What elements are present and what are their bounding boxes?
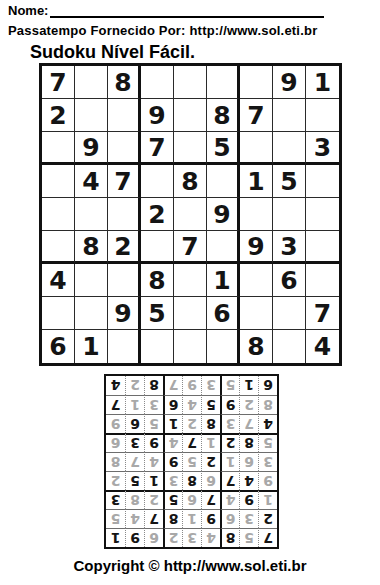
puzzle-cell-r3c5 (174, 132, 207, 165)
puzzle-cell-r8c8 (273, 297, 306, 330)
puzzle-cell-r5c3 (108, 198, 141, 231)
puzzle-cell-r6c7: 9 (240, 231, 273, 264)
puzzle-cell-r1c2 (75, 66, 108, 99)
solution-cell-r8c9-given: 7 (106, 395, 125, 414)
solution-cell-r5c5-solved: 5 (182, 452, 201, 471)
puzzle-cell-r3c2: 9 (75, 132, 108, 165)
puzzle-cell-r1c6 (207, 66, 240, 99)
puzzle-cell-r1c9: 1 (306, 66, 339, 99)
provider-line: Passatempo Fornecido Por: http://www.sol… (8, 23, 317, 38)
solution-cell-r3c3-solved: 4 (220, 490, 239, 509)
solution-cell-r4c7-given: 1 (144, 471, 163, 490)
solution-cell-r5c3-solved: 1 (220, 452, 239, 471)
solution-cell-r3c7-solved: 2 (144, 490, 163, 509)
sudoku-printable-page: Nome: Passatempo Fornecido Por: http://w… (0, 0, 380, 585)
puzzle-cell-r9c4 (141, 330, 174, 363)
puzzle-cell-r4c6 (207, 165, 240, 198)
solution-cell-r9c5-solved: 9 (182, 376, 201, 395)
puzzle-cell-r4c1 (42, 165, 75, 198)
solution-cell-r8c7-solved: 3 (144, 395, 163, 414)
solution-cell-r5c8-solved: 7 (125, 452, 144, 471)
solution-cell-r5c2-solved: 6 (239, 452, 258, 471)
solution-cell-r3c2-given: 9 (239, 490, 258, 509)
puzzle-cell-r4c9 (306, 165, 339, 198)
puzzle-cell-r1c4 (141, 66, 174, 99)
solution-cell-r8c3-given: 9 (220, 395, 239, 414)
solution-cell-r3c8-solved: 8 (125, 490, 144, 509)
puzzle-cell-r1c8: 9 (273, 66, 306, 99)
solution-cell-r3c5-solved: 6 (182, 490, 201, 509)
puzzle-cell-r8c7 (240, 297, 273, 330)
solution-cell-r5c1-solved: 3 (258, 452, 277, 471)
puzzle-cell-r4c8: 5 (273, 165, 306, 198)
puzzle-cell-r6c8: 3 (273, 231, 306, 264)
puzzle-cell-r9c8 (273, 330, 306, 363)
solution-cell-r4c9-solved: 2 (106, 471, 125, 490)
puzzle-cell-r5c1 (42, 198, 75, 231)
puzzle-cell-r8c2 (75, 297, 108, 330)
puzzle-cell-r4c3: 7 (108, 165, 141, 198)
puzzle-cell-r6c4 (141, 231, 174, 264)
puzzle-cell-r5c5 (174, 198, 207, 231)
solution-cell-r8c5-solved: 4 (182, 395, 201, 414)
solution-cell-r6c3-given: 2 (220, 433, 239, 452)
solution-cell-r4c2-given: 4 (239, 471, 258, 490)
puzzle-cell-r9c5 (174, 330, 207, 363)
puzzle-cell-r8c1 (42, 297, 75, 330)
puzzle-cell-r7c8: 6 (273, 264, 306, 297)
puzzle-cell-r5c7 (240, 198, 273, 231)
puzzle-cell-r9c9: 4 (306, 330, 339, 363)
solution-cell-r6c6-solved: 4 (163, 433, 182, 452)
solution-cell-r6c4-solved: 1 (201, 433, 220, 452)
puzzle-cell-r3c8 (273, 132, 306, 165)
puzzle-cell-r6c2: 8 (75, 231, 108, 264)
solution-cell-r8c4-given: 5 (201, 395, 220, 414)
puzzle-cell-r9c1: 6 (42, 330, 75, 363)
puzzle-cell-r6c6 (207, 231, 240, 264)
puzzle-cell-r9c2: 1 (75, 330, 108, 363)
puzzle-cell-r8c6: 6 (207, 297, 240, 330)
solution-cell-r2c6-given: 8 (163, 509, 182, 528)
puzzle-cell-r2c8 (273, 99, 306, 132)
solution-cell-r8c6-given: 6 (163, 395, 182, 414)
solution-cell-r2c2-solved: 3 (239, 509, 258, 528)
puzzle-cell-r3c4: 7 (141, 132, 174, 165)
page-title: Sudoku Nível Fácil. (30, 42, 195, 63)
solution-cell-r1c2-solved: 5 (239, 528, 258, 547)
solution-cell-r8c8-solved: 1 (125, 395, 144, 414)
solution-cell-r2c5-solved: 1 (182, 509, 201, 528)
puzzle-cell-r1c3: 8 (108, 66, 141, 99)
solution-cell-r2c7-given: 7 (144, 509, 163, 528)
puzzle-cell-r7c1: 4 (42, 264, 75, 297)
solution-cell-r6c5-given: 7 (182, 433, 201, 452)
puzzle-cell-r1c7 (240, 66, 273, 99)
puzzle-cell-r8c3: 9 (108, 297, 141, 330)
solution-cell-r5c9-solved: 8 (106, 452, 125, 471)
puzzle-cell-r8c9: 7 (306, 297, 339, 330)
puzzle-cell-r7c2 (75, 264, 108, 297)
puzzle-cell-r2c4: 9 (141, 99, 174, 132)
puzzle-cell-r6c1 (42, 231, 75, 264)
puzzle-cell-r4c4 (141, 165, 174, 198)
puzzle-cell-r3c7 (240, 132, 273, 165)
puzzle-cell-r9c3 (108, 330, 141, 363)
solution-cell-r9c1-given: 6 (258, 376, 277, 395)
solution-cell-r9c8-solved: 2 (125, 376, 144, 395)
solution-cell-r6c2-given: 8 (239, 433, 258, 452)
solution-cell-r3c1-solved: 1 (258, 490, 277, 509)
copyright-line: Copyright © http://www.sol.eti.br (0, 557, 380, 574)
puzzle-cell-r7c5 (174, 264, 207, 297)
puzzle-cell-r2c2 (75, 99, 108, 132)
name-row: Nome: (8, 3, 324, 18)
solution-cell-r4c1-solved: 9 (258, 471, 277, 490)
puzzle-cell-r7c9 (306, 264, 339, 297)
puzzle-cell-r2c5 (174, 99, 207, 132)
solution-cell-r2c9-solved: 5 (106, 509, 125, 528)
puzzle-cell-r6c3: 2 (108, 231, 141, 264)
puzzle-cell-r5c8 (273, 198, 306, 231)
solution-cell-r3c6-given: 5 (163, 490, 182, 509)
puzzle-cell-r2c7: 7 (240, 99, 273, 132)
name-label: Nome: (8, 3, 48, 18)
solution-cell-r4c8-given: 5 (125, 471, 144, 490)
puzzle-cell-r2c6: 8 (207, 99, 240, 132)
puzzle-cell-r4c2: 4 (75, 165, 108, 198)
solution-cell-r4c6-solved: 3 (163, 471, 182, 490)
solution-cell-r1c3-given: 8 (220, 528, 239, 547)
puzzle-cell-r3c6: 5 (207, 132, 240, 165)
solution-cell-r3c9-given: 3 (106, 490, 125, 509)
puzzle-cell-r1c5 (174, 66, 207, 99)
solution-cell-r9c2-given: 1 (239, 376, 258, 395)
solution-cell-r4c5-given: 8 (182, 471, 201, 490)
puzzle-cell-r7c3 (108, 264, 141, 297)
solution-cell-r7c2-solved: 7 (239, 414, 258, 433)
puzzle-cell-r9c7: 8 (240, 330, 273, 363)
solution-cell-r2c4-given: 9 (201, 509, 220, 528)
sudoku-puzzle-grid: 789129879753478152982793481695676184 (39, 63, 342, 366)
puzzle-cell-r2c9 (306, 99, 339, 132)
puzzle-cell-r7c7 (240, 264, 273, 297)
solution-cell-r1c9-given: 1 (106, 528, 125, 547)
solution-cell-r5c7-solved: 4 (144, 452, 163, 471)
solution-cell-r5c4-given: 2 (201, 452, 220, 471)
solution-cell-r5c6-given: 9 (163, 452, 182, 471)
solution-cell-r1c1-given: 7 (258, 528, 277, 547)
puzzle-cell-r3c9: 3 (306, 132, 339, 165)
puzzle-cell-r4c7: 1 (240, 165, 273, 198)
solution-cell-r4c3-given: 7 (220, 471, 239, 490)
solution-cell-r1c8-given: 9 (125, 528, 144, 547)
solution-cell-r7c9-solved: 9 (106, 414, 125, 433)
solution-cell-r2c8-solved: 4 (125, 509, 144, 528)
solution-cell-r2c1-given: 2 (258, 509, 277, 528)
puzzle-cell-r5c9 (306, 198, 339, 231)
name-fill-line (50, 3, 324, 18)
solution-cell-r4c4-solved: 6 (201, 471, 220, 490)
puzzle-cell-r5c6: 9 (207, 198, 240, 231)
solution-cell-r7c6-given: 1 (163, 414, 182, 433)
puzzle-cell-r8c5 (174, 297, 207, 330)
puzzle-cell-r6c9 (306, 231, 339, 264)
solution-cell-r7c3-solved: 3 (220, 414, 239, 433)
solution-cell-r9c4-solved: 3 (201, 376, 220, 395)
solution-cell-r3c4-given: 7 (201, 490, 220, 509)
puzzle-cell-r2c3 (108, 99, 141, 132)
solution-cell-r7c4-given: 8 (201, 414, 220, 433)
puzzle-cell-r3c3 (108, 132, 141, 165)
solution-cell-r8c2-solved: 2 (239, 395, 258, 414)
puzzle-cell-r2c1: 2 (42, 99, 75, 132)
solution-cell-r9c7-given: 8 (144, 376, 163, 395)
puzzle-cell-r6c5: 7 (174, 231, 207, 264)
solution-cell-r9c6-solved: 7 (163, 376, 182, 395)
solution-cell-r6c9-solved: 6 (106, 433, 125, 452)
solution-cell-r7c7-solved: 5 (144, 414, 163, 433)
sudoku-solution-grid-upside-down: 7584326912369187451947652839476831523612… (104, 374, 279, 549)
solution-cell-r7c1-given: 4 (258, 414, 277, 433)
solution-cell-r1c5-solved: 3 (182, 528, 201, 547)
puzzle-cell-r5c2 (75, 198, 108, 231)
solution-cell-r8c1-solved: 8 (258, 395, 277, 414)
solution-cell-r6c8-given: 3 (125, 433, 144, 452)
solution-cell-r7c8-given: 6 (125, 414, 144, 433)
solution-cell-r9c9-given: 4 (106, 376, 125, 395)
solution-cell-r2c3-solved: 6 (220, 509, 239, 528)
puzzle-cell-r7c6: 1 (207, 264, 240, 297)
puzzle-cell-r9c6 (207, 330, 240, 363)
puzzle-cell-r3c1 (42, 132, 75, 165)
puzzle-cell-r7c4: 8 (141, 264, 174, 297)
solution-cell-r6c7-given: 9 (144, 433, 163, 452)
puzzle-cell-r8c4: 5 (141, 297, 174, 330)
puzzle-cell-r5c4: 2 (141, 198, 174, 231)
solution-cell-r1c4-solved: 4 (201, 528, 220, 547)
puzzle-cell-r1c1: 7 (42, 66, 75, 99)
puzzle-cell-r4c5: 8 (174, 165, 207, 198)
solution-cell-r1c7-solved: 6 (144, 528, 163, 547)
solution-cell-r9c3-solved: 5 (220, 376, 239, 395)
solution-cell-r7c5-solved: 2 (182, 414, 201, 433)
solution-cell-r6c1-solved: 5 (258, 433, 277, 452)
solution-cell-r1c6-solved: 2 (163, 528, 182, 547)
